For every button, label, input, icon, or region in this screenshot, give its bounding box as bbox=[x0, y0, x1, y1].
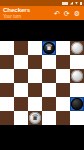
status-clock-icon bbox=[62, 2, 68, 5]
wifi-icon bbox=[75, 2, 78, 5]
square-r1c1[interactable] bbox=[0, 41, 14, 55]
square-r5c4[interactable] bbox=[42, 97, 56, 111]
king-crown-icon: ♛ bbox=[45, 42, 52, 54]
refresh-icon[interactable]: ⟳ bbox=[64, 9, 70, 17]
square-r4c5[interactable] bbox=[56, 83, 70, 97]
app-bar: Checkers Your turn ↶ ⟳ ⚙ bbox=[0, 6, 84, 20]
white-man-piece[interactable] bbox=[71, 42, 83, 54]
square-r6c6[interactable] bbox=[70, 111, 84, 125]
square-r3c6[interactable] bbox=[70, 69, 84, 83]
square-r4c4[interactable] bbox=[42, 83, 56, 97]
square-r3c2[interactable] bbox=[14, 69, 28, 83]
square-r6c1[interactable] bbox=[0, 111, 14, 125]
square-r2c5[interactable] bbox=[56, 55, 70, 69]
square-r5c3[interactable] bbox=[28, 97, 42, 111]
square-r2c6[interactable] bbox=[70, 55, 84, 69]
settings-icon[interactable]: ⚙ bbox=[74, 9, 80, 17]
board-top-margin bbox=[0, 20, 84, 41]
square-r3c5[interactable] bbox=[56, 69, 70, 83]
square-r4c3[interactable] bbox=[28, 83, 42, 97]
square-r1c4[interactable]: ♛ bbox=[42, 41, 56, 55]
square-r1c3[interactable] bbox=[28, 41, 42, 55]
square-r3c3[interactable] bbox=[28, 69, 42, 83]
square-r6c5[interactable] bbox=[56, 111, 70, 125]
battery-icon bbox=[80, 2, 82, 5]
king-crown-icon: ♛ bbox=[31, 112, 38, 124]
network-signal-icon bbox=[70, 2, 73, 5]
square-r6c3[interactable]: ♛ bbox=[28, 111, 42, 125]
square-r1c6[interactable] bbox=[70, 41, 84, 55]
square-r5c5[interactable] bbox=[56, 97, 70, 111]
black-king-piece[interactable]: ♛ bbox=[43, 42, 55, 54]
square-r2c4[interactable] bbox=[42, 55, 56, 69]
square-r4c6[interactable] bbox=[70, 83, 84, 97]
square-r2c1[interactable] bbox=[0, 55, 14, 69]
square-r2c2[interactable] bbox=[14, 55, 28, 69]
app-bar-titles: Checkers Your turn bbox=[3, 7, 54, 19]
square-r5c6[interactable] bbox=[70, 97, 84, 111]
square-r3c1[interactable] bbox=[0, 69, 14, 83]
square-r1c5[interactable] bbox=[56, 41, 70, 55]
black-man-piece[interactable] bbox=[71, 98, 83, 110]
app-screen: Checkers Your turn ↶ ⟳ ⚙ ♛♛ bbox=[0, 0, 84, 150]
board-bottom-margin bbox=[0, 125, 84, 150]
square-r4c1[interactable] bbox=[0, 83, 14, 97]
undo-icon[interactable]: ↶ bbox=[54, 9, 60, 17]
square-r5c2[interactable] bbox=[14, 97, 28, 111]
square-r1c2[interactable] bbox=[14, 41, 28, 55]
square-r2c3[interactable] bbox=[28, 55, 42, 69]
checkers-board: ♛♛ bbox=[0, 41, 84, 125]
white-man-piece[interactable] bbox=[71, 70, 83, 82]
square-r6c4[interactable] bbox=[42, 111, 56, 125]
app-bar-actions: ↶ ⟳ ⚙ bbox=[54, 9, 80, 17]
turn-status-text: Your turn bbox=[3, 14, 54, 19]
square-r6c2[interactable] bbox=[14, 111, 28, 125]
page-title: Checkers bbox=[3, 7, 54, 14]
square-r4c2[interactable] bbox=[14, 83, 28, 97]
square-r5c1[interactable] bbox=[0, 97, 14, 111]
square-r3c4[interactable] bbox=[42, 69, 56, 83]
white-king-piece[interactable]: ♛ bbox=[29, 112, 41, 124]
